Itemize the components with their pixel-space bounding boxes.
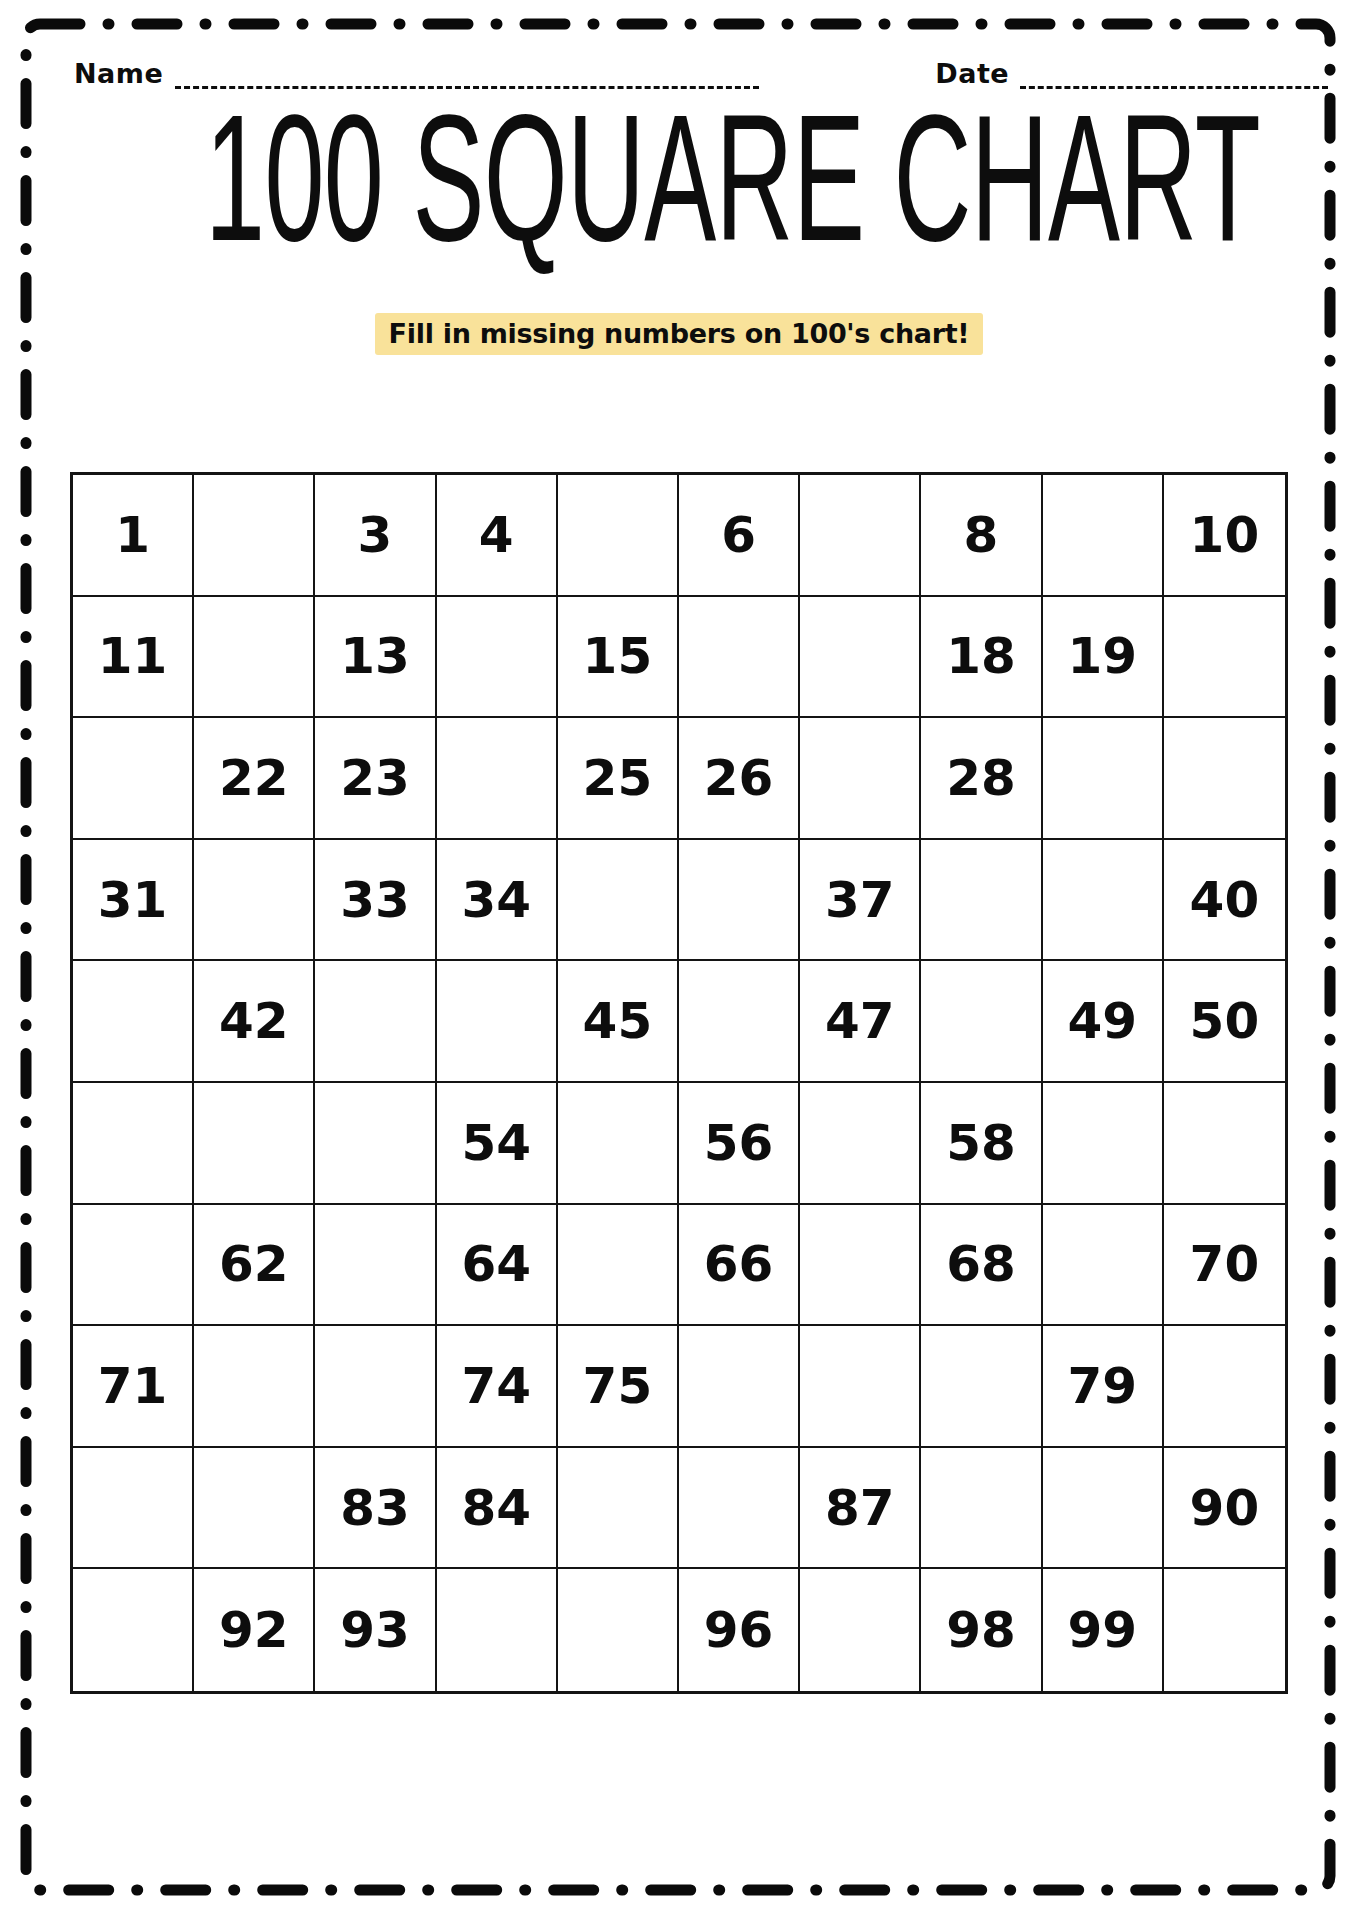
grid-cell-filled: 3: [315, 475, 436, 597]
grid-cell-filled: 23: [315, 718, 436, 840]
grid-cell-filled: 33: [315, 840, 436, 962]
grid-cell-empty[interactable]: [679, 1326, 800, 1448]
worksheet-page: Name Date 100 SQUARE CHART Fill in missi…: [0, 0, 1358, 1920]
grid-cell-filled: 13: [315, 597, 436, 719]
grid-cell-empty[interactable]: [194, 475, 315, 597]
grid-cell-empty[interactable]: [679, 961, 800, 1083]
grid-cell-empty[interactable]: [921, 1448, 1042, 1570]
grid-cell-empty[interactable]: [800, 718, 921, 840]
grid-cell-filled: 31: [73, 840, 194, 962]
grid-cell-empty[interactable]: [679, 840, 800, 962]
hundred-chart-grid: 1346810111315181922232526283133343740424…: [70, 472, 1288, 1694]
grid-cell-empty[interactable]: [1043, 1205, 1164, 1327]
grid-cell-empty[interactable]: [437, 597, 558, 719]
grid-cell-filled: 74: [437, 1326, 558, 1448]
grid-cell-filled: 50: [1164, 961, 1285, 1083]
grid-cell-filled: 49: [1043, 961, 1164, 1083]
grid-cell-filled: 18: [921, 597, 1042, 719]
grid-cell-empty[interactable]: [921, 840, 1042, 962]
grid-cell-filled: 8: [921, 475, 1042, 597]
grid-cell-empty[interactable]: [921, 1326, 1042, 1448]
grid-cell-empty[interactable]: [800, 1083, 921, 1205]
grid-cell-empty[interactable]: [194, 1448, 315, 1570]
grid-cell-filled: 6: [679, 475, 800, 597]
grid-cell-filled: 40: [1164, 840, 1285, 962]
grid-cell-filled: 93: [315, 1569, 436, 1691]
grid-cell-empty[interactable]: [73, 1205, 194, 1327]
grid-cell-empty[interactable]: [73, 718, 194, 840]
grid-cell-filled: 68: [921, 1205, 1042, 1327]
grid-cell-empty[interactable]: [679, 597, 800, 719]
grid-cell-empty[interactable]: [1164, 1083, 1285, 1205]
grid-cell-empty[interactable]: [921, 961, 1042, 1083]
grid-cell-filled: 56: [679, 1083, 800, 1205]
grid-cell-empty[interactable]: [1043, 718, 1164, 840]
grid-cell-empty[interactable]: [194, 840, 315, 962]
grid-cell-empty[interactable]: [1164, 1326, 1285, 1448]
grid-cell-empty[interactable]: [558, 1569, 679, 1691]
grid-cell-filled: 71: [73, 1326, 194, 1448]
grid-cell-filled: 19: [1043, 597, 1164, 719]
page-title-wrap: 100 SQUARE CHART: [0, 84, 1358, 242]
grid-cell-filled: 64: [437, 1205, 558, 1327]
grid-cell-filled: 34: [437, 840, 558, 962]
instruction-row: Fill in missing numbers on 100's chart!: [0, 313, 1358, 355]
grid-cell-filled: 96: [679, 1569, 800, 1691]
grid-cell-empty[interactable]: [1164, 718, 1285, 840]
grid-cell-empty[interactable]: [800, 1326, 921, 1448]
grid-cell-filled: 66: [679, 1205, 800, 1327]
grid-cell-filled: 10: [1164, 475, 1285, 597]
grid-cell-empty[interactable]: [679, 1448, 800, 1570]
grid-cell-filled: 45: [558, 961, 679, 1083]
grid-cell-filled: 90: [1164, 1448, 1285, 1570]
grid-cell-empty[interactable]: [194, 1083, 315, 1205]
grid-cell-filled: 75: [558, 1326, 679, 1448]
grid-cell-empty[interactable]: [1043, 1448, 1164, 1570]
grid-cell-filled: 42: [194, 961, 315, 1083]
grid-cell-empty[interactable]: [1164, 1569, 1285, 1691]
grid-cell-empty[interactable]: [558, 1205, 679, 1327]
grid-cell-empty[interactable]: [558, 840, 679, 962]
grid-cell-filled: 83: [315, 1448, 436, 1570]
grid-cell-filled: 28: [921, 718, 1042, 840]
grid-cell-empty[interactable]: [73, 1448, 194, 1570]
grid-cell-empty[interactable]: [1164, 597, 1285, 719]
grid-cell-empty[interactable]: [800, 1205, 921, 1327]
grid-cell-empty[interactable]: [73, 1083, 194, 1205]
grid-cell-empty[interactable]: [800, 597, 921, 719]
grid-cell-filled: 70: [1164, 1205, 1285, 1327]
grid-cell-empty[interactable]: [1043, 475, 1164, 597]
grid-cell-filled: 26: [679, 718, 800, 840]
grid-cell-empty[interactable]: [315, 1326, 436, 1448]
grid-cell-filled: 25: [558, 718, 679, 840]
grid-cell-filled: 79: [1043, 1326, 1164, 1448]
grid-cell-empty[interactable]: [800, 1569, 921, 1691]
grid-cell-filled: 4: [437, 475, 558, 597]
grid-cell-filled: 47: [800, 961, 921, 1083]
grid-cell-empty[interactable]: [315, 1083, 436, 1205]
grid-cell-empty[interactable]: [437, 961, 558, 1083]
grid-cell-filled: 11: [73, 597, 194, 719]
grid-cell-filled: 98: [921, 1569, 1042, 1691]
grid-cell-empty[interactable]: [315, 1205, 436, 1327]
grid-cell-empty[interactable]: [1043, 840, 1164, 962]
grid-cell-empty[interactable]: [194, 1326, 315, 1448]
grid-cell-empty[interactable]: [558, 1083, 679, 1205]
grid-cell-filled: 62: [194, 1205, 315, 1327]
grid-cell-filled: 37: [800, 840, 921, 962]
grid-cell-filled: 22: [194, 718, 315, 840]
grid-cell-empty[interactable]: [73, 1569, 194, 1691]
grid-cell-empty[interactable]: [437, 718, 558, 840]
instruction-highlight: Fill in missing numbers on 100's chart!: [375, 313, 984, 355]
grid-cell-empty[interactable]: [315, 961, 436, 1083]
grid-cell-empty[interactable]: [800, 475, 921, 597]
grid-cell-filled: 84: [437, 1448, 558, 1570]
grid-cell-filled: 1: [73, 475, 194, 597]
grid-cell-filled: 15: [558, 597, 679, 719]
page-title: 100 SQUARE CHART: [205, 84, 1260, 273]
grid-cell-empty[interactable]: [558, 1448, 679, 1570]
grid-cell-filled: 99: [1043, 1569, 1164, 1691]
grid-cell-empty[interactable]: [1043, 1083, 1164, 1205]
grid-cell-filled: 54: [437, 1083, 558, 1205]
grid-cell-filled: 87: [800, 1448, 921, 1570]
grid-cell-empty[interactable]: [73, 961, 194, 1083]
grid-cell-empty[interactable]: [437, 1569, 558, 1691]
grid-cell-empty[interactable]: [558, 475, 679, 597]
grid-cell-empty[interactable]: [194, 597, 315, 719]
grid-cell-filled: 58: [921, 1083, 1042, 1205]
grid-cell-filled: 92: [194, 1569, 315, 1691]
